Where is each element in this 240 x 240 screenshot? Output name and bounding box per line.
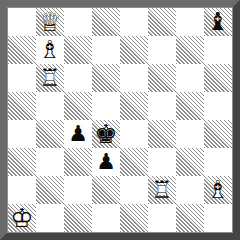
bishop-glyph: ♝	[204, 8, 232, 36]
square-d5[interactable]	[92, 92, 120, 120]
black-pawn[interactable]: ♟	[64, 120, 92, 148]
square-a1[interactable]: ♚♔	[8, 204, 36, 232]
square-c3[interactable]	[64, 148, 92, 176]
square-b1[interactable]	[36, 204, 64, 232]
square-h6[interactable]	[204, 64, 232, 92]
square-f8[interactable]	[148, 8, 176, 36]
square-a3[interactable]	[8, 148, 36, 176]
square-b7[interactable]: ♝♗	[36, 36, 64, 64]
square-a8[interactable]	[8, 8, 36, 36]
square-b2[interactable]	[36, 176, 64, 204]
square-a2[interactable]	[8, 176, 36, 204]
king-outline: ♔	[8, 204, 36, 232]
square-e8[interactable]	[120, 8, 148, 36]
square-h8[interactable]: ♝	[204, 8, 232, 36]
square-f7[interactable]	[148, 36, 176, 64]
square-c8[interactable]	[64, 8, 92, 36]
square-f3[interactable]	[148, 148, 176, 176]
square-d8[interactable]	[92, 8, 120, 36]
black-pawn[interactable]: ♟	[92, 148, 120, 176]
square-c7[interactable]	[64, 36, 92, 64]
square-c6[interactable]	[64, 64, 92, 92]
square-e5[interactable]	[120, 92, 148, 120]
square-b3[interactable]	[36, 148, 64, 176]
king-glyph: ♚	[92, 120, 120, 148]
square-b4[interactable]	[36, 120, 64, 148]
square-d6[interactable]	[92, 64, 120, 92]
queen-outline: ♕	[36, 8, 64, 36]
white-bishop[interactable]: ♝♗	[36, 36, 64, 64]
rook-outline: ♖	[36, 64, 64, 92]
square-f1[interactable]	[148, 204, 176, 232]
square-e4[interactable]	[120, 120, 148, 148]
square-e3[interactable]	[120, 148, 148, 176]
square-e6[interactable]	[120, 64, 148, 92]
square-g1[interactable]	[176, 204, 204, 232]
square-c5[interactable]	[64, 92, 92, 120]
square-h1[interactable]	[204, 204, 232, 232]
square-c2[interactable]	[64, 176, 92, 204]
square-b8[interactable]: ♛♕	[36, 8, 64, 36]
square-g3[interactable]	[176, 148, 204, 176]
pawn-glyph: ♟	[64, 120, 92, 148]
square-d1[interactable]	[92, 204, 120, 232]
square-b5[interactable]	[36, 92, 64, 120]
square-h2[interactable]: ♝♗	[204, 176, 232, 204]
square-e2[interactable]	[120, 176, 148, 204]
rook-outline: ♖	[148, 176, 176, 204]
square-g7[interactable]	[176, 36, 204, 64]
square-a5[interactable]	[8, 92, 36, 120]
bishop-outline: ♗	[36, 36, 64, 64]
square-f6[interactable]	[148, 64, 176, 92]
square-h5[interactable]	[204, 92, 232, 120]
square-h7[interactable]	[204, 36, 232, 64]
square-g2[interactable]	[176, 176, 204, 204]
square-a4[interactable]	[8, 120, 36, 148]
white-rook[interactable]: ♜♖	[148, 176, 176, 204]
square-f5[interactable]	[148, 92, 176, 120]
square-c4[interactable]: ♟	[64, 120, 92, 148]
square-f4[interactable]	[148, 120, 176, 148]
square-h4[interactable]	[204, 120, 232, 148]
square-g5[interactable]	[176, 92, 204, 120]
square-c1[interactable]	[64, 204, 92, 232]
white-rook[interactable]: ♜♖	[36, 64, 64, 92]
square-d4[interactable]: ♚	[92, 120, 120, 148]
square-a7[interactable]	[8, 36, 36, 64]
board-frame: ♛♕♝♝♗♜♖♟♚♟♜♖♝♗♚♔	[0, 0, 240, 240]
board-inner-frame: ♛♕♝♝♗♜♖♟♚♟♜♖♝♗♚♔	[7, 7, 233, 233]
black-king[interactable]: ♚	[92, 120, 120, 148]
square-a6[interactable]	[8, 64, 36, 92]
square-d7[interactable]	[92, 36, 120, 64]
square-e1[interactable]	[120, 204, 148, 232]
square-d3[interactable]: ♟	[92, 148, 120, 176]
square-f2[interactable]: ♜♖	[148, 176, 176, 204]
white-king[interactable]: ♚♔	[8, 204, 36, 232]
square-d2[interactable]	[92, 176, 120, 204]
black-bishop[interactable]: ♝	[204, 8, 232, 36]
chess-board: ♛♕♝♝♗♜♖♟♚♟♜♖♝♗♚♔	[8, 8, 232, 232]
pawn-glyph: ♟	[92, 148, 120, 176]
white-bishop[interactable]: ♝♗	[204, 176, 232, 204]
bishop-outline: ♗	[204, 176, 232, 204]
square-g4[interactable]	[176, 120, 204, 148]
square-g8[interactable]	[176, 8, 204, 36]
square-e7[interactable]	[120, 36, 148, 64]
square-g6[interactable]	[176, 64, 204, 92]
square-h3[interactable]	[204, 148, 232, 176]
square-b6[interactable]: ♜♖	[36, 64, 64, 92]
white-queen[interactable]: ♛♕	[36, 8, 64, 36]
